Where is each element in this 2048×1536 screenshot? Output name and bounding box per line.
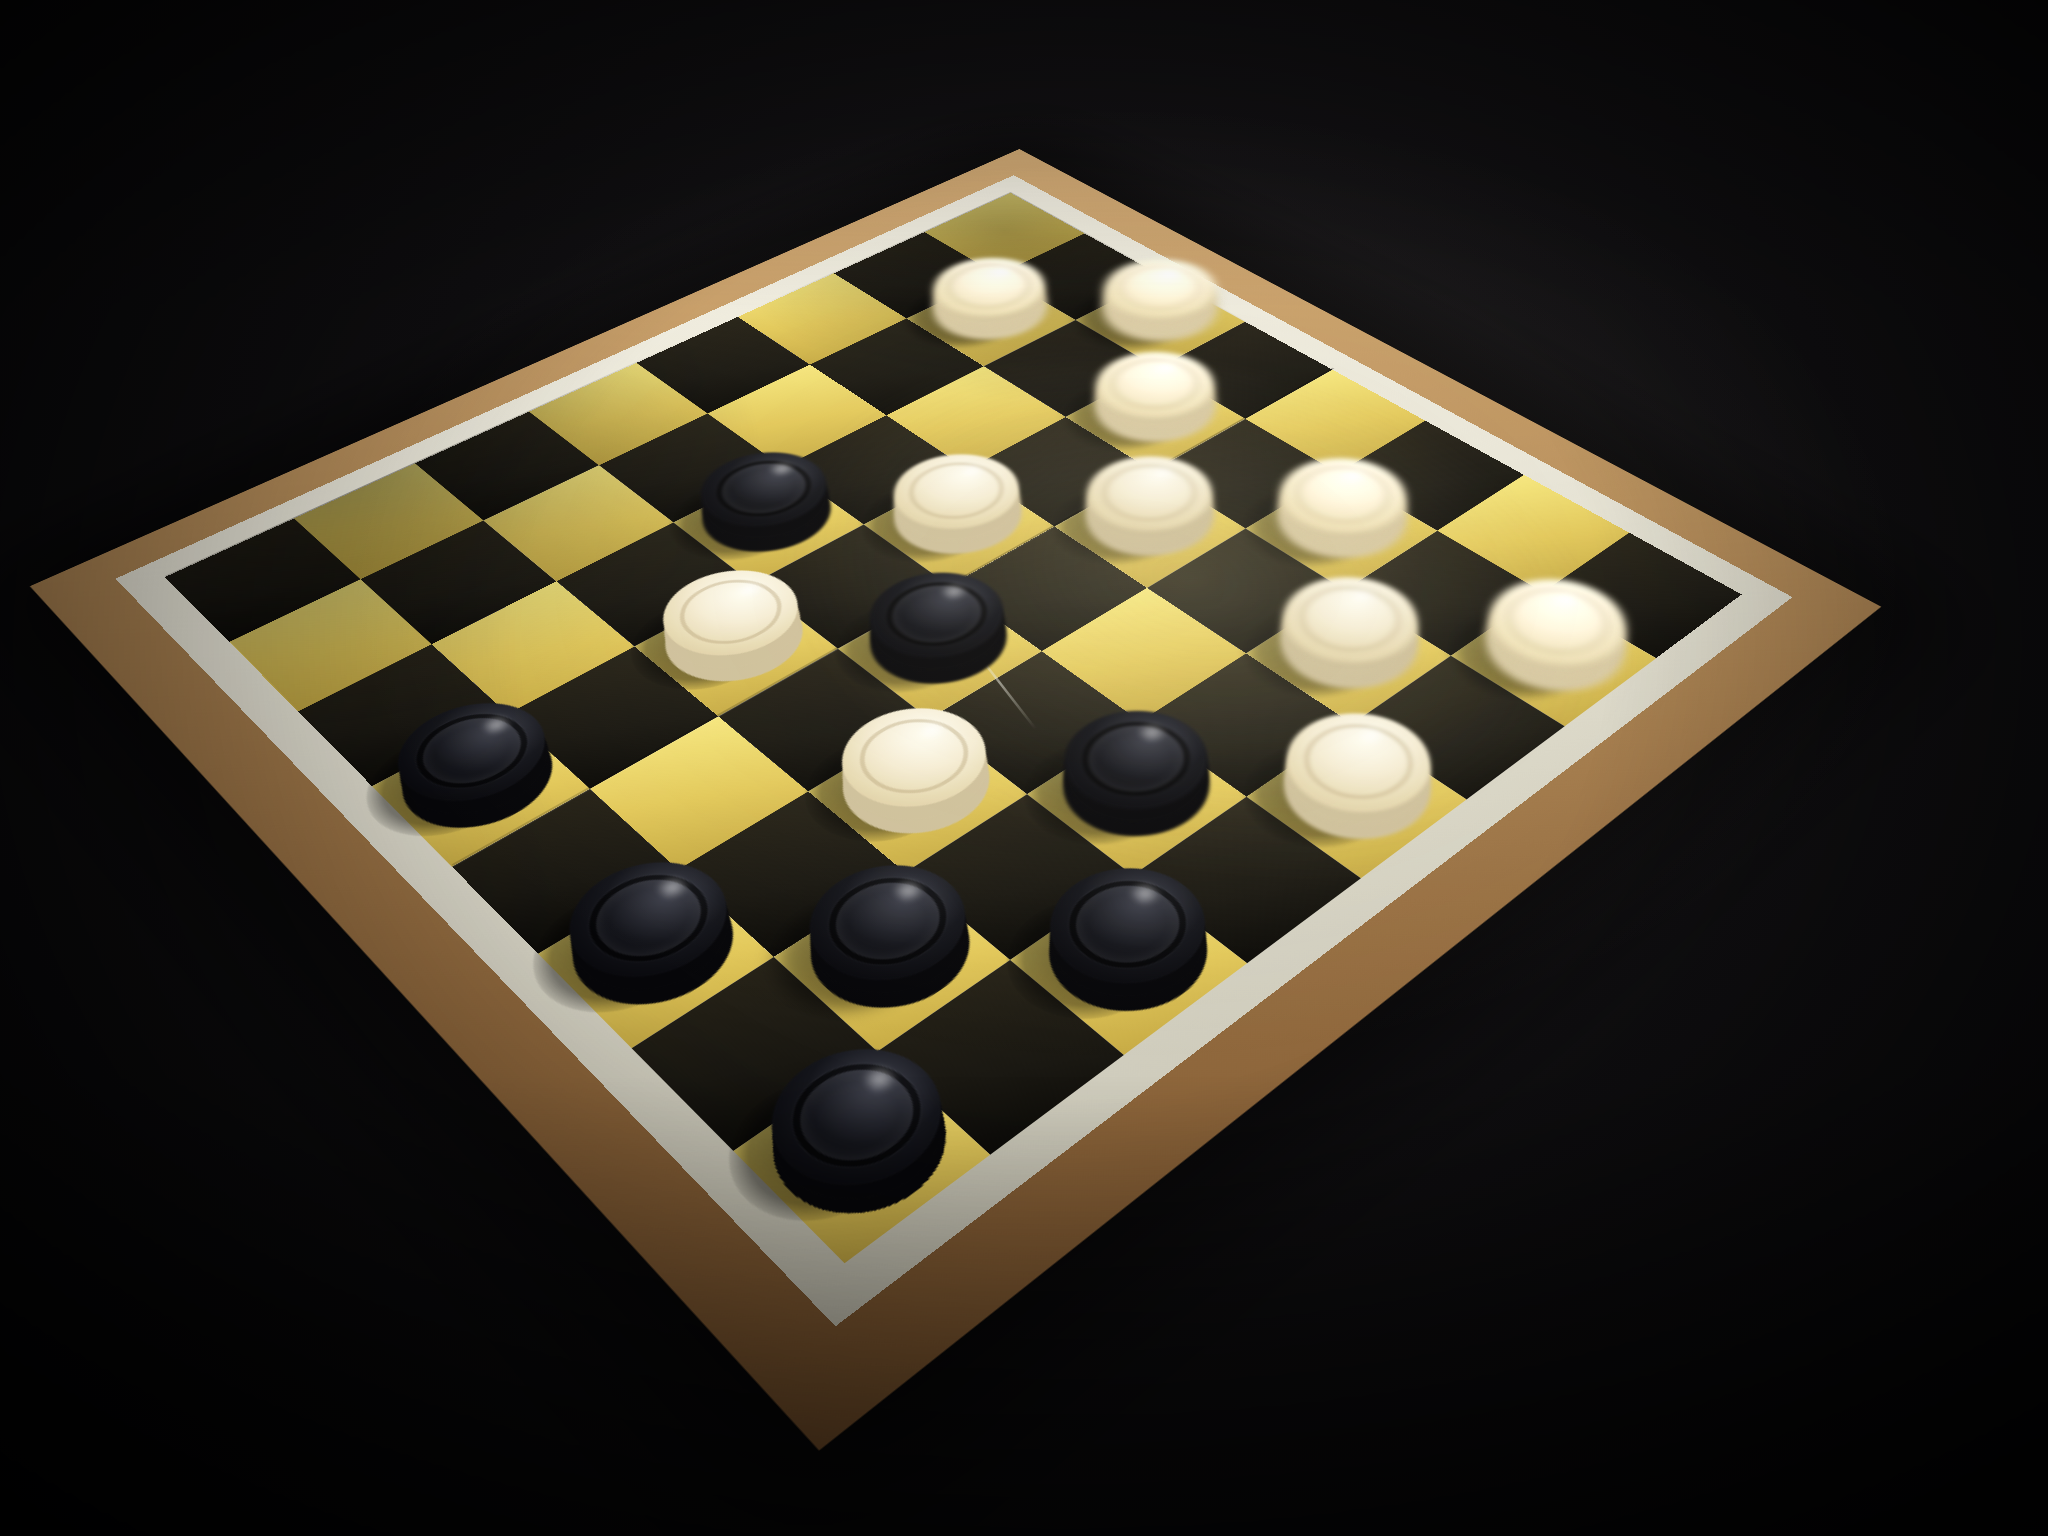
scene — [0, 0, 2048, 1536]
photo-scene — [0, 0, 2048, 1536]
black-piece-f4[interactable] — [682, 472, 855, 578]
white-piece-a5[interactable] — [1256, 730, 1456, 871]
square-h3[interactable] — [415, 412, 599, 521]
board-grid — [165, 193, 1742, 1263]
checkers-board — [97, 170, 1812, 1353]
board-border — [116, 175, 1793, 1326]
